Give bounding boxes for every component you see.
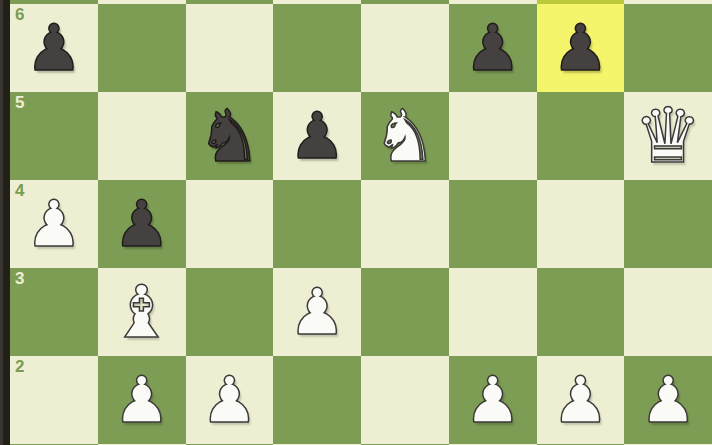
square-g5[interactable]: [537, 92, 625, 180]
square-b2[interactable]: ♟: [98, 356, 186, 444]
square-d5[interactable]: ♟: [273, 92, 361, 180]
square-e4[interactable]: [361, 180, 449, 268]
square-f2[interactable]: ♟: [449, 356, 537, 444]
square-h6[interactable]: [624, 4, 712, 92]
chess-board-viewport: 6♟♟♟5♞♟♞♛4♟♟3♝♟2♟♟♟♟♟: [0, 0, 712, 445]
white-queen[interactable]: ♛: [634, 98, 702, 174]
square-c5[interactable]: ♞: [186, 92, 274, 180]
white-pawn[interactable]: ♟: [113, 368, 170, 432]
square-h5[interactable]: ♛: [624, 92, 712, 180]
black-knight[interactable]: ♞: [197, 100, 262, 172]
square-f6[interactable]: ♟: [449, 4, 537, 92]
square-d6[interactable]: [273, 4, 361, 92]
white-pawn[interactable]: ♟: [464, 368, 521, 432]
black-pawn[interactable]: ♟: [552, 16, 609, 80]
square-a4[interactable]: 4♟: [10, 180, 98, 268]
square-f4[interactable]: [449, 180, 537, 268]
black-pawn[interactable]: ♟: [288, 104, 345, 168]
chess-board[interactable]: 6♟♟♟5♞♟♞♛4♟♟3♝♟2♟♟♟♟♟: [10, 0, 712, 445]
rank-label-5: 5: [15, 93, 24, 113]
square-a6[interactable]: 6♟: [10, 4, 98, 92]
square-f5[interactable]: [449, 92, 537, 180]
square-a2[interactable]: 2: [10, 356, 98, 444]
white-pawn[interactable]: ♟: [201, 368, 258, 432]
black-pawn[interactable]: ♟: [25, 16, 82, 80]
square-b6[interactable]: [98, 4, 186, 92]
board-left-gutter: [0, 0, 10, 445]
square-c3[interactable]: [186, 268, 274, 356]
square-a5[interactable]: 5: [10, 92, 98, 180]
white-pawn[interactable]: ♟: [25, 192, 82, 256]
black-pawn[interactable]: ♟: [113, 192, 170, 256]
white-pawn[interactable]: ♟: [639, 368, 696, 432]
square-g4[interactable]: [537, 180, 625, 268]
square-b3[interactable]: ♝: [98, 268, 186, 356]
square-e3[interactable]: [361, 268, 449, 356]
rank-label-6: 6: [15, 5, 24, 25]
square-c2[interactable]: ♟: [186, 356, 274, 444]
square-d3[interactable]: ♟: [273, 268, 361, 356]
square-f3[interactable]: [449, 268, 537, 356]
black-pawn[interactable]: ♟: [464, 16, 521, 80]
square-g6[interactable]: ♟: [537, 4, 625, 92]
square-h3[interactable]: [624, 268, 712, 356]
square-c4[interactable]: [186, 180, 274, 268]
square-e6[interactable]: [361, 4, 449, 92]
white-knight[interactable]: ♞: [373, 100, 438, 172]
white-bishop[interactable]: ♝: [109, 276, 174, 348]
square-a3[interactable]: 3: [10, 268, 98, 356]
rank-label-3: 3: [15, 269, 24, 289]
square-h2[interactable]: ♟: [624, 356, 712, 444]
white-pawn[interactable]: ♟: [288, 280, 345, 344]
square-h4[interactable]: [624, 180, 712, 268]
square-d4[interactable]: [273, 180, 361, 268]
square-c6[interactable]: [186, 4, 274, 92]
square-b4[interactable]: ♟: [98, 180, 186, 268]
square-e2[interactable]: [361, 356, 449, 444]
square-b5[interactable]: [98, 92, 186, 180]
square-d2[interactable]: [273, 356, 361, 444]
white-pawn[interactable]: ♟: [552, 368, 609, 432]
square-g3[interactable]: [537, 268, 625, 356]
rank-label-4: 4: [15, 181, 24, 201]
rank-label-2: 2: [15, 357, 24, 377]
square-e5[interactable]: ♞: [361, 92, 449, 180]
square-g2[interactable]: ♟: [537, 356, 625, 444]
